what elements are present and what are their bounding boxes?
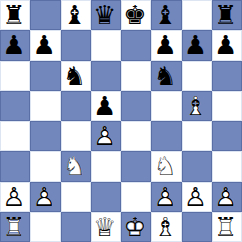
square-f6[interactable]: ♞ (151, 61, 181, 91)
square-f3[interactable]: ♞♘ (151, 151, 181, 181)
black-bishop-glyph: ♝ (63, 2, 89, 28)
square-h2[interactable]: ♟♙ (212, 182, 242, 212)
black-knight[interactable]: ♞ (153, 63, 179, 89)
black-bishop[interactable]: ♝ (63, 2, 89, 28)
square-b3[interactable] (30, 151, 60, 181)
square-h6[interactable] (212, 61, 242, 91)
square-h5[interactable] (212, 91, 242, 121)
white-bishop-glyph: ♗ (153, 214, 179, 240)
square-b2[interactable]: ♟♙ (30, 182, 60, 212)
white-knight-glyph: ♘ (153, 153, 179, 179)
white-bishop[interactable]: ♝♗ (184, 93, 210, 119)
chess-board: ♜♝♛♚♝♜♟♟♟♟♟♞♞♟♝♗♟♙♞♘♞♘♟♙♟♙♟♙♟♙♟♙♜♖♛♕♚♔♝♗… (0, 0, 242, 242)
square-e4[interactable] (121, 121, 151, 151)
square-f5[interactable] (151, 91, 181, 121)
square-c4[interactable] (61, 121, 91, 151)
white-pawn[interactable]: ♟♙ (153, 184, 179, 210)
black-rook-glyph: ♜ (2, 2, 28, 28)
black-king[interactable]: ♚ (123, 2, 149, 28)
square-g6[interactable] (182, 61, 212, 91)
black-pawn[interactable]: ♟ (153, 32, 179, 58)
square-c1[interactable] (61, 212, 91, 242)
square-b1[interactable] (30, 212, 60, 242)
square-f4[interactable] (151, 121, 181, 151)
square-g1[interactable] (182, 212, 212, 242)
square-c7[interactable] (61, 30, 91, 60)
square-b6[interactable] (30, 61, 60, 91)
square-e1[interactable]: ♚♔ (121, 212, 151, 242)
square-e5[interactable] (121, 91, 151, 121)
black-knight-glyph: ♞ (63, 63, 89, 89)
white-pawn[interactable]: ♟♙ (214, 184, 240, 210)
square-h4[interactable] (212, 121, 242, 151)
black-pawn-glyph: ♟ (32, 32, 58, 58)
black-pawn[interactable]: ♟ (32, 32, 58, 58)
square-g4[interactable] (182, 121, 212, 151)
white-pawn-glyph: ♙ (184, 184, 210, 210)
white-knight[interactable]: ♞♘ (63, 153, 89, 179)
square-e3[interactable] (121, 151, 151, 181)
black-bishop-glyph: ♝ (153, 2, 179, 28)
square-g7[interactable]: ♟ (182, 30, 212, 60)
white-pawn[interactable]: ♟♙ (93, 123, 119, 149)
white-rook[interactable]: ♜♖ (214, 214, 240, 240)
black-knight-glyph: ♞ (153, 63, 179, 89)
square-h7[interactable]: ♟ (212, 30, 242, 60)
white-pawn-glyph: ♙ (32, 184, 58, 210)
square-c5[interactable] (61, 91, 91, 121)
black-pawn[interactable]: ♟ (2, 32, 28, 58)
square-f1[interactable]: ♝♗ (151, 212, 181, 242)
black-pawn[interactable]: ♟ (184, 32, 210, 58)
square-f7[interactable]: ♟ (151, 30, 181, 60)
square-d4[interactable]: ♟♙ (91, 121, 121, 151)
square-g2[interactable]: ♟♙ (182, 182, 212, 212)
white-pawn[interactable]: ♟♙ (184, 184, 210, 210)
white-pawn-glyph: ♙ (93, 123, 119, 149)
square-c3[interactable]: ♞♘ (61, 151, 91, 181)
square-b7[interactable]: ♟ (30, 30, 60, 60)
square-d1[interactable]: ♛♕ (91, 212, 121, 242)
square-d3[interactable] (91, 151, 121, 181)
square-c6[interactable]: ♞ (61, 61, 91, 91)
white-rook-glyph: ♖ (2, 214, 28, 240)
square-d2[interactable] (91, 182, 121, 212)
square-e8[interactable]: ♚ (121, 0, 151, 30)
square-h3[interactable] (212, 151, 242, 181)
white-rook[interactable]: ♜♖ (2, 214, 28, 240)
black-pawn[interactable]: ♟ (214, 32, 240, 58)
square-d7[interactable] (91, 30, 121, 60)
black-pawn-glyph: ♟ (2, 32, 28, 58)
square-d6[interactable] (91, 61, 121, 91)
black-pawn-glyph: ♟ (93, 93, 119, 119)
black-pawn-glyph: ♟ (153, 32, 179, 58)
square-a4[interactable] (0, 121, 30, 151)
black-rook[interactable]: ♜ (2, 2, 28, 28)
black-pawn-glyph: ♟ (184, 32, 210, 58)
black-knight[interactable]: ♞ (63, 63, 89, 89)
square-a1[interactable]: ♜♖ (0, 212, 30, 242)
square-h1[interactable]: ♜♖ (212, 212, 242, 242)
square-b4[interactable] (30, 121, 60, 151)
black-king-glyph: ♚ (123, 2, 149, 28)
square-a7[interactable]: ♟ (0, 30, 30, 60)
square-c8[interactable]: ♝ (61, 0, 91, 30)
black-queen[interactable]: ♛ (93, 2, 119, 28)
square-b8[interactable] (30, 0, 60, 30)
square-a6[interactable] (0, 61, 30, 91)
square-b5[interactable] (30, 91, 60, 121)
square-a5[interactable] (0, 91, 30, 121)
square-a3[interactable] (0, 151, 30, 181)
white-bishop-glyph: ♗ (184, 93, 210, 119)
square-f2[interactable]: ♟♙ (151, 182, 181, 212)
square-e2[interactable] (121, 182, 151, 212)
white-rook-glyph: ♖ (214, 214, 240, 240)
white-queen-glyph: ♕ (93, 214, 119, 240)
black-pawn-glyph: ♟ (214, 32, 240, 58)
square-e7[interactable] (121, 30, 151, 60)
white-queen[interactable]: ♛♕ (93, 214, 119, 240)
square-h8[interactable]: ♜ (212, 0, 242, 30)
white-knight[interactable]: ♞♘ (153, 153, 179, 179)
black-rook[interactable]: ♜ (214, 2, 240, 28)
square-a2[interactable]: ♟♙ (0, 182, 30, 212)
white-pawn-glyph: ♙ (153, 184, 179, 210)
square-d8[interactable]: ♛ (91, 0, 121, 30)
white-king[interactable]: ♚♔ (123, 214, 149, 240)
square-g3[interactable] (182, 151, 212, 181)
square-e6[interactable] (121, 61, 151, 91)
black-queen-glyph: ♛ (93, 2, 119, 28)
black-rook-glyph: ♜ (214, 2, 240, 28)
black-pawn[interactable]: ♟ (93, 93, 119, 119)
white-pawn-glyph: ♙ (2, 184, 28, 210)
square-d5[interactable]: ♟ (91, 91, 121, 121)
square-a8[interactable]: ♜ (0, 0, 30, 30)
square-f8[interactable]: ♝ (151, 0, 181, 30)
white-bishop[interactable]: ♝♗ (153, 214, 179, 240)
square-g5[interactable]: ♝♗ (182, 91, 212, 121)
square-g8[interactable] (182, 0, 212, 30)
white-pawn-glyph: ♙ (214, 184, 240, 210)
white-pawn[interactable]: ♟♙ (2, 184, 28, 210)
square-c2[interactable] (61, 182, 91, 212)
black-bishop[interactable]: ♝ (153, 2, 179, 28)
white-knight-glyph: ♘ (63, 153, 89, 179)
white-king-glyph: ♔ (123, 214, 149, 240)
white-pawn[interactable]: ♟♙ (32, 184, 58, 210)
